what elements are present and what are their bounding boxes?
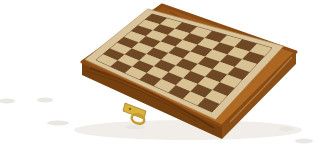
chess-set-photo [0,0,321,157]
left-dark-knight-shadow [47,121,69,126]
left-edge-dark-pawn-shadow [0,99,15,104]
photo-canvas [0,0,321,157]
clasp-dark-piece-shadow [125,125,145,129]
right-light-pawn-shadow [295,139,313,144]
left-light-pawn-shadow [37,98,53,103]
right-dark-pawn-shadow [279,127,293,131]
